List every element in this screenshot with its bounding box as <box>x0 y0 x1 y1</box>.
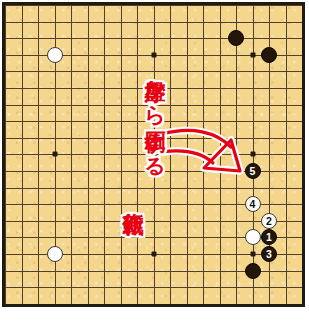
board-cell <box>5 121 22 138</box>
board-cell <box>5 105 22 122</box>
board-cell <box>236 105 253 122</box>
board-cell <box>71 154 88 171</box>
board-cell <box>88 88 105 105</box>
board-cell <box>269 154 286 171</box>
board-cell <box>269 287 286 304</box>
stone-white <box>245 229 261 245</box>
stone-black-3: 3 <box>261 246 277 262</box>
board-cell <box>170 5 187 22</box>
board-cell <box>286 287 303 304</box>
board-cell <box>170 271 187 288</box>
board-cell <box>220 204 237 221</box>
board-cell <box>88 22 105 39</box>
board-cell <box>220 171 237 188</box>
board-cell <box>55 22 72 39</box>
board-cell <box>38 121 55 138</box>
board-cell <box>5 154 22 171</box>
board-cell <box>269 5 286 22</box>
board-cell <box>5 5 22 22</box>
board-cell <box>88 204 105 221</box>
board-cell <box>286 221 303 238</box>
stone-black-5: 5 <box>245 163 261 179</box>
board-cell <box>203 287 220 304</box>
board-cell <box>286 22 303 39</box>
board-cell <box>88 105 105 122</box>
board-cell <box>236 88 253 105</box>
board-cell <box>71 22 88 39</box>
board-cell <box>104 221 121 238</box>
board-cell <box>5 88 22 105</box>
board-cell <box>187 221 204 238</box>
board-cell <box>187 271 204 288</box>
board-cell <box>253 287 270 304</box>
board-cell <box>170 22 187 39</box>
board-cell <box>220 254 237 271</box>
board-cell <box>137 271 154 288</box>
board-cell <box>253 88 270 105</box>
board-cell <box>154 287 171 304</box>
board-cell <box>121 55 138 72</box>
board-cell <box>104 71 121 88</box>
board-cell <box>236 71 253 88</box>
board-cell <box>154 171 171 188</box>
board-cell <box>170 71 187 88</box>
board-cell <box>5 71 22 88</box>
board-cell <box>121 121 138 138</box>
board-cell <box>22 55 39 72</box>
board-cell <box>220 188 237 205</box>
board-cell <box>22 171 39 188</box>
board-cell <box>121 5 138 22</box>
board-cell <box>187 188 204 205</box>
board-cell <box>170 121 187 138</box>
stone-black <box>245 263 261 279</box>
board-cell <box>121 171 138 188</box>
board-cell <box>22 138 39 155</box>
stone-black <box>228 30 244 46</box>
board-cell <box>203 271 220 288</box>
book-cover-go-diagram: 54213 序盤から圧倒する 新作戦 <box>0 0 309 324</box>
board-cell <box>286 38 303 55</box>
board-cell <box>187 154 204 171</box>
board-cell <box>71 188 88 205</box>
board-cell <box>170 188 187 205</box>
board-cell <box>220 221 237 238</box>
board-cell <box>137 171 154 188</box>
board-cell <box>22 5 39 22</box>
board-cell <box>22 188 39 205</box>
board-cell <box>187 287 204 304</box>
board-cell <box>220 121 237 138</box>
board-cell <box>269 88 286 105</box>
board-cell <box>71 204 88 221</box>
board-cell <box>5 237 22 254</box>
board-cell <box>88 38 105 55</box>
board-cell <box>203 105 220 122</box>
board-cell <box>203 121 220 138</box>
board-cell <box>104 121 121 138</box>
board-cell <box>104 55 121 72</box>
star-point <box>52 152 57 157</box>
board-cell <box>286 121 303 138</box>
board-cell <box>286 138 303 155</box>
board-cell <box>121 22 138 39</box>
board-cell <box>88 154 105 171</box>
board-cell <box>203 254 220 271</box>
board-cell <box>187 105 204 122</box>
board-cell <box>286 271 303 288</box>
board-cell <box>137 5 154 22</box>
board-cell <box>154 271 171 288</box>
board-cell <box>269 138 286 155</box>
board-cell <box>104 171 121 188</box>
board-cell <box>154 188 171 205</box>
board-cell <box>121 254 138 271</box>
board-cell <box>220 88 237 105</box>
board-cell <box>22 88 39 105</box>
board-cell <box>55 88 72 105</box>
board-cell <box>55 204 72 221</box>
board-cell <box>22 221 39 238</box>
board-cell <box>71 221 88 238</box>
board-cell <box>38 221 55 238</box>
board-cell <box>71 171 88 188</box>
board-cell <box>104 287 121 304</box>
board-cell <box>71 38 88 55</box>
stone-white-4: 4 <box>245 196 261 212</box>
board-cell <box>187 121 204 138</box>
stone-black <box>261 47 277 63</box>
board-cell <box>220 5 237 22</box>
board-cell <box>137 204 154 221</box>
board-cell <box>38 204 55 221</box>
board-cell <box>88 71 105 88</box>
board-cell <box>104 237 121 254</box>
board-cell <box>71 254 88 271</box>
board-cell <box>55 221 72 238</box>
board-cell <box>170 171 187 188</box>
stone-white <box>47 47 63 63</box>
board-cell <box>236 121 253 138</box>
board-cell <box>121 204 138 221</box>
board-cell <box>5 221 22 238</box>
board-cell <box>187 254 204 271</box>
board-cell <box>203 88 220 105</box>
board-cell <box>88 171 105 188</box>
board-cell <box>236 287 253 304</box>
board-cell <box>269 71 286 88</box>
board-cell <box>22 38 39 55</box>
board-cell <box>253 71 270 88</box>
board-cell <box>187 71 204 88</box>
board-cell <box>187 22 204 39</box>
board-cell <box>104 88 121 105</box>
board-cell <box>71 88 88 105</box>
board-cell <box>187 5 204 22</box>
stone-white <box>47 246 63 262</box>
board-cell <box>55 171 72 188</box>
board-cell <box>220 154 237 171</box>
board-cell <box>5 287 22 304</box>
board-cell <box>170 237 187 254</box>
board-cell <box>121 38 138 55</box>
board-cell <box>104 204 121 221</box>
board-cell <box>187 88 204 105</box>
board-cell <box>253 22 270 39</box>
board-cell <box>55 71 72 88</box>
board-cell <box>187 55 204 72</box>
board-cell <box>286 105 303 122</box>
board-cell <box>71 105 88 122</box>
board-cell <box>154 5 171 22</box>
board-cell <box>220 55 237 72</box>
stone-black-1: 1 <box>261 229 277 245</box>
board-cell <box>187 38 204 55</box>
headline-vertical-sub: 新作戦 <box>119 195 147 198</box>
board-cell <box>203 71 220 88</box>
board-cell <box>22 237 39 254</box>
board-cell <box>286 55 303 72</box>
board-cell <box>55 154 72 171</box>
board-cell <box>5 188 22 205</box>
board-cell <box>170 88 187 105</box>
board-cell <box>22 71 39 88</box>
board-cell <box>104 22 121 39</box>
board-cell <box>203 171 220 188</box>
board-cell <box>88 287 105 304</box>
board-cell <box>5 138 22 155</box>
board-cell <box>220 71 237 88</box>
board-cell <box>5 204 22 221</box>
star-point <box>250 252 255 257</box>
board-cell <box>286 188 303 205</box>
board-cell <box>22 22 39 39</box>
board-cell <box>121 237 138 254</box>
board-cell <box>269 271 286 288</box>
board-cell <box>88 121 105 138</box>
board-cell <box>203 5 220 22</box>
board-cell <box>187 171 204 188</box>
star-point <box>151 52 156 57</box>
board-cell <box>203 138 220 155</box>
board-cell <box>71 271 88 288</box>
board-cell <box>203 204 220 221</box>
board-cell <box>104 154 121 171</box>
board-cell <box>38 5 55 22</box>
board-cell <box>121 154 138 171</box>
board-cell <box>170 204 187 221</box>
board-cell <box>154 204 171 221</box>
board-cell <box>5 38 22 55</box>
board-cell <box>88 254 105 271</box>
board-cell <box>170 254 187 271</box>
board-cell <box>104 254 121 271</box>
board-cell <box>286 254 303 271</box>
board-cell <box>88 138 105 155</box>
board-cell <box>55 121 72 138</box>
board-cell <box>220 105 237 122</box>
board-cell <box>88 271 105 288</box>
board-cell <box>170 287 187 304</box>
star-point <box>250 152 255 157</box>
board-cell <box>38 105 55 122</box>
board-cell <box>286 154 303 171</box>
board-cell <box>203 55 220 72</box>
board-cell <box>269 188 286 205</box>
board-cell <box>286 171 303 188</box>
board-cell <box>55 105 72 122</box>
stone-white-2: 2 <box>261 213 277 229</box>
board-cell <box>203 237 220 254</box>
board-cell <box>220 287 237 304</box>
board-cell <box>269 171 286 188</box>
board-cell <box>38 88 55 105</box>
board-cell <box>253 105 270 122</box>
board-cell <box>104 5 121 22</box>
board-cell <box>22 254 39 271</box>
board-cell <box>121 88 138 105</box>
board-cell <box>38 188 55 205</box>
board-cell <box>55 5 72 22</box>
board-cell <box>187 204 204 221</box>
board-cell <box>170 138 187 155</box>
board-cell <box>5 171 22 188</box>
board-cell <box>5 55 22 72</box>
board-cell <box>5 254 22 271</box>
board-cell <box>5 271 22 288</box>
board-cell <box>104 138 121 155</box>
board-cell <box>38 22 55 39</box>
board-cell <box>154 254 171 271</box>
board-cell <box>170 38 187 55</box>
board-cell <box>88 237 105 254</box>
board-cell <box>55 271 72 288</box>
board-cell <box>121 271 138 288</box>
board-cell <box>55 188 72 205</box>
board-cell <box>137 221 154 238</box>
headline-vertical-main: 序盤から圧倒する <box>141 63 169 167</box>
board-cell <box>269 105 286 122</box>
board-cell <box>22 204 39 221</box>
board-cell <box>38 171 55 188</box>
board-cell <box>170 105 187 122</box>
board-cell <box>104 38 121 55</box>
board-cell <box>137 22 154 39</box>
board-cell <box>71 287 88 304</box>
board-cell <box>38 287 55 304</box>
board-cell <box>71 5 88 22</box>
board-cell <box>71 121 88 138</box>
star-point <box>151 252 156 257</box>
board-cell <box>22 154 39 171</box>
board-cell <box>286 204 303 221</box>
board-cell <box>55 287 72 304</box>
board-cell <box>286 71 303 88</box>
board-cell <box>5 22 22 39</box>
board-cell <box>121 221 138 238</box>
board-cell <box>269 22 286 39</box>
board-cell <box>22 121 39 138</box>
board-cell <box>203 38 220 55</box>
board-cell <box>104 271 121 288</box>
board-cell <box>22 271 39 288</box>
board-cell <box>187 237 204 254</box>
board-cell <box>286 237 303 254</box>
board-cell <box>236 5 253 22</box>
board-cell <box>121 105 138 122</box>
board-cell <box>88 188 105 205</box>
board-cell <box>71 138 88 155</box>
board-cell <box>203 221 220 238</box>
board-cell <box>220 237 237 254</box>
board-cell <box>38 71 55 88</box>
board-cell <box>22 287 39 304</box>
board-cell <box>71 55 88 72</box>
board-cell <box>154 22 171 39</box>
board-cell <box>88 221 105 238</box>
board-cell <box>154 221 171 238</box>
board-cell <box>203 22 220 39</box>
board-cell <box>286 88 303 105</box>
board-cell <box>88 5 105 22</box>
board-cell <box>121 287 138 304</box>
board-cell <box>187 138 204 155</box>
board-cell <box>269 121 286 138</box>
board-cell <box>253 5 270 22</box>
board-cell <box>121 138 138 155</box>
board-cell <box>170 154 187 171</box>
star-point <box>250 52 255 57</box>
board-cell <box>38 271 55 288</box>
board-cell <box>170 221 187 238</box>
board-cell <box>253 121 270 138</box>
board-cell <box>88 55 105 72</box>
board-cell <box>137 287 154 304</box>
board-cell <box>203 188 220 205</box>
board-cell <box>220 271 237 288</box>
board-cell <box>170 55 187 72</box>
board-cell <box>71 71 88 88</box>
board-cell <box>220 138 237 155</box>
board-cell <box>22 105 39 122</box>
board-cell <box>71 237 88 254</box>
board-cell <box>104 105 121 122</box>
board-cell <box>121 71 138 88</box>
board-cell <box>203 154 220 171</box>
board-cell <box>286 5 303 22</box>
